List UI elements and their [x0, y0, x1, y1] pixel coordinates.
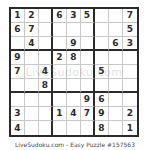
cell-r9c5[interactable]: [67, 121, 81, 135]
cell-r5c5[interactable]: [67, 65, 81, 79]
cell-r9c3[interactable]: [39, 121, 53, 135]
cell-r4c8[interactable]: [109, 51, 123, 65]
cell-r8c8[interactable]: [109, 107, 123, 121]
cell-r9c7[interactable]: 8: [95, 121, 109, 135]
cell-r4c9[interactable]: [123, 51, 137, 65]
cell-r2c4[interactable]: [53, 23, 67, 37]
cell-r3c5[interactable]: 9: [67, 37, 81, 51]
cell-r6c7[interactable]: [95, 79, 109, 93]
cell-r7c1[interactable]: [11, 93, 25, 107]
cell-r9c9[interactable]: 1: [123, 121, 137, 135]
cell-r7c6[interactable]: 9: [81, 93, 95, 107]
cell-r8c5[interactable]: 4: [67, 107, 81, 121]
cell-r6c5[interactable]: [67, 79, 81, 93]
cell-r5c4[interactable]: [53, 65, 67, 79]
cell-r2c1[interactable]: 6: [11, 23, 25, 37]
cell-r2c6[interactable]: [81, 23, 95, 37]
cell-r3c4[interactable]: [53, 37, 67, 51]
cell-r2c5[interactable]: [67, 23, 81, 37]
cell-r1c6[interactable]: 5: [81, 9, 95, 23]
cell-r1c2[interactable]: 2: [25, 9, 39, 23]
cell-r6c6[interactable]: [81, 79, 95, 93]
cell-r5c8[interactable]: [109, 65, 123, 79]
cell-r9c1[interactable]: 4: [11, 121, 25, 135]
cell-r5c6[interactable]: [81, 65, 95, 79]
cell-r7c2[interactable]: [25, 93, 39, 107]
cell-r4c5[interactable]: 8: [67, 51, 81, 65]
cell-r9c6[interactable]: [81, 121, 95, 135]
cell-r7c4[interactable]: [53, 93, 67, 107]
cell-r1c5[interactable]: 3: [67, 9, 81, 23]
cell-r3c2[interactable]: 4: [25, 37, 39, 51]
cell-r8c7[interactable]: 9: [95, 107, 109, 121]
cell-r4c1[interactable]: 9: [11, 51, 25, 65]
footer-caption: LiveSudoku.com - Easy Puzzle #157563: [0, 141, 150, 148]
cell-r6c3[interactable]: 8: [39, 79, 53, 93]
cell-r4c2[interactable]: [25, 51, 39, 65]
cell-r7c3[interactable]: [39, 93, 53, 107]
cell-r4c7[interactable]: [95, 51, 109, 65]
cell-r7c7[interactable]: 6: [95, 93, 109, 107]
cell-r8c2[interactable]: [25, 107, 39, 121]
cell-r6c1[interactable]: [11, 79, 25, 93]
cell-r2c9[interactable]: 5: [123, 23, 137, 37]
cell-r9c4[interactable]: [53, 121, 67, 135]
cell-r8c9[interactable]: 2: [123, 107, 137, 121]
cell-r6c2[interactable]: [25, 79, 39, 93]
cell-r8c1[interactable]: 3: [11, 107, 25, 121]
cell-r5c3[interactable]: 4: [39, 65, 53, 79]
cell-r2c8[interactable]: [109, 23, 123, 37]
cell-r2c7[interactable]: [95, 23, 109, 37]
cell-r8c4[interactable]: 1: [53, 107, 67, 121]
cell-r3c7[interactable]: [95, 37, 109, 51]
cell-r4c3[interactable]: [39, 51, 53, 65]
sudoku-page: 1263576754963928745896314792481LiveSudok…: [0, 0, 150, 150]
cell-r9c2[interactable]: [25, 121, 39, 135]
cell-r1c9[interactable]: 7: [123, 9, 137, 23]
cell-r2c3[interactable]: [39, 23, 53, 37]
cell-r3c9[interactable]: 3: [123, 37, 137, 51]
cell-r1c8[interactable]: [109, 9, 123, 23]
cell-r8c6[interactable]: 7: [81, 107, 95, 121]
cell-r1c7[interactable]: [95, 9, 109, 23]
cell-r3c8[interactable]: 6: [109, 37, 123, 51]
cell-r6c8[interactable]: [109, 79, 123, 93]
cell-r2c2[interactable]: 7: [25, 23, 39, 37]
cell-r8c3[interactable]: [39, 107, 53, 121]
cell-r3c1[interactable]: [11, 37, 25, 51]
cell-r7c8[interactable]: [109, 93, 123, 107]
cell-r3c6[interactable]: [81, 37, 95, 51]
cell-r5c9[interactable]: [123, 65, 137, 79]
cell-r6c4[interactable]: [53, 79, 67, 93]
cell-r5c1[interactable]: 7: [11, 65, 25, 79]
cell-r4c4[interactable]: 2: [53, 51, 67, 65]
cell-r4c6[interactable]: [81, 51, 95, 65]
cell-r5c2[interactable]: [25, 65, 39, 79]
cell-r1c4[interactable]: 6: [53, 9, 67, 23]
cell-r5c7[interactable]: 5: [95, 65, 109, 79]
cell-r1c3[interactable]: [39, 9, 53, 23]
cell-r6c9[interactable]: [123, 79, 137, 93]
sudoku-board: 1263576754963928745896314792481LiveSudok…: [9, 7, 139, 137]
cell-r7c5[interactable]: [67, 93, 81, 107]
cell-r3c3[interactable]: [39, 37, 53, 51]
cell-r7c9[interactable]: [123, 93, 137, 107]
cell-r1c1[interactable]: 1: [11, 9, 25, 23]
cell-r9c8[interactable]: [109, 121, 123, 135]
